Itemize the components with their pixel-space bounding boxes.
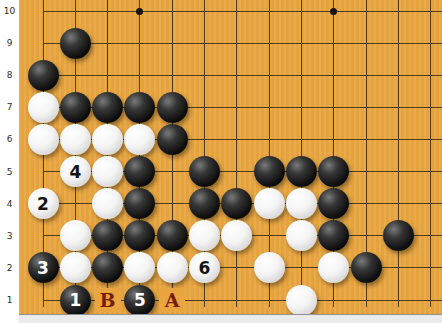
row-coordinate-label: 2 bbox=[0, 262, 19, 274]
grid-line-vertical bbox=[398, 0, 399, 307]
move-number-label: 5 bbox=[124, 285, 155, 316]
white-stone[interactable] bbox=[60, 124, 91, 155]
row-coordinate-label: 8 bbox=[0, 69, 19, 81]
black-stone[interactable] bbox=[28, 60, 59, 91]
black-stone[interactable] bbox=[351, 252, 382, 283]
white-stone[interactable] bbox=[189, 220, 220, 251]
black-stone[interactable] bbox=[318, 188, 349, 219]
row-coordinate-label: 5 bbox=[0, 166, 19, 178]
white-stone[interactable] bbox=[28, 124, 59, 155]
white-stone[interactable] bbox=[60, 252, 91, 283]
white-stone[interactable] bbox=[92, 188, 123, 219]
move-number-label: 4 bbox=[60, 156, 91, 187]
white-stone[interactable] bbox=[157, 252, 188, 283]
black-stone[interactable] bbox=[124, 220, 155, 251]
black-stone[interactable] bbox=[189, 188, 220, 219]
white-stone[interactable] bbox=[92, 156, 123, 187]
move-number-label: 6 bbox=[189, 252, 220, 283]
grid-line-vertical bbox=[430, 0, 431, 307]
black-stone[interactable] bbox=[189, 156, 220, 187]
black-stone[interactable] bbox=[318, 220, 349, 251]
white-stone[interactable] bbox=[254, 188, 285, 219]
black-stone[interactable] bbox=[92, 220, 123, 251]
black-stone[interactable] bbox=[157, 124, 188, 155]
row-coordinate-label: 6 bbox=[0, 133, 19, 145]
black-stone[interactable] bbox=[254, 156, 285, 187]
black-stone[interactable] bbox=[60, 28, 91, 59]
white-stone[interactable] bbox=[286, 285, 317, 316]
black-stone[interactable] bbox=[124, 188, 155, 219]
black-stone[interactable] bbox=[318, 156, 349, 187]
row-coordinate-label: 4 bbox=[0, 198, 19, 210]
black-stone[interactable] bbox=[92, 92, 123, 123]
bottom-margin-strip bbox=[0, 314, 442, 323]
star-point bbox=[330, 8, 337, 15]
go-diagram-screenshot: 123456AB 10987654321 bbox=[0, 0, 442, 323]
move-number-label: 1 bbox=[60, 285, 91, 316]
grid-line-horizontal bbox=[43, 43, 442, 44]
star-point bbox=[136, 8, 143, 15]
black-stone[interactable] bbox=[157, 92, 188, 123]
black-stone[interactable] bbox=[286, 156, 317, 187]
move-number-label: 2 bbox=[28, 188, 59, 219]
row-coordinate-label: 9 bbox=[0, 37, 19, 49]
move-number-label: 3 bbox=[28, 252, 59, 283]
point-label-b[interactable]: B bbox=[95, 288, 121, 312]
white-stone[interactable] bbox=[286, 220, 317, 251]
white-stone[interactable] bbox=[92, 124, 123, 155]
black-stone[interactable] bbox=[221, 188, 252, 219]
white-stone[interactable] bbox=[28, 92, 59, 123]
white-stone[interactable] bbox=[124, 252, 155, 283]
point-label-a[interactable]: A bbox=[159, 288, 185, 312]
row-coordinate-label: 3 bbox=[0, 230, 19, 242]
grid-line-vertical bbox=[236, 0, 237, 307]
grid-line-horizontal bbox=[43, 75, 442, 76]
black-stone[interactable] bbox=[124, 92, 155, 123]
white-stone[interactable] bbox=[124, 124, 155, 155]
white-stone[interactable] bbox=[254, 252, 285, 283]
row-coordinate-strip: 10987654321 bbox=[0, 0, 19, 323]
row-coordinate-label: 10 bbox=[0, 5, 19, 17]
grid-line-vertical bbox=[301, 0, 302, 307]
black-stone[interactable] bbox=[157, 220, 188, 251]
grid-line-horizontal bbox=[43, 11, 442, 12]
white-stone[interactable] bbox=[318, 252, 349, 283]
black-stone[interactable] bbox=[124, 156, 155, 187]
white-stone[interactable] bbox=[221, 220, 252, 251]
black-stone[interactable] bbox=[60, 92, 91, 123]
black-stone[interactable] bbox=[383, 220, 414, 251]
white-stone[interactable] bbox=[60, 220, 91, 251]
row-coordinate-label: 1 bbox=[0, 294, 19, 306]
row-coordinate-label: 7 bbox=[0, 101, 19, 113]
go-board[interactable]: 123456AB bbox=[19, 0, 442, 315]
black-stone[interactable] bbox=[92, 252, 123, 283]
white-stone[interactable] bbox=[286, 188, 317, 219]
